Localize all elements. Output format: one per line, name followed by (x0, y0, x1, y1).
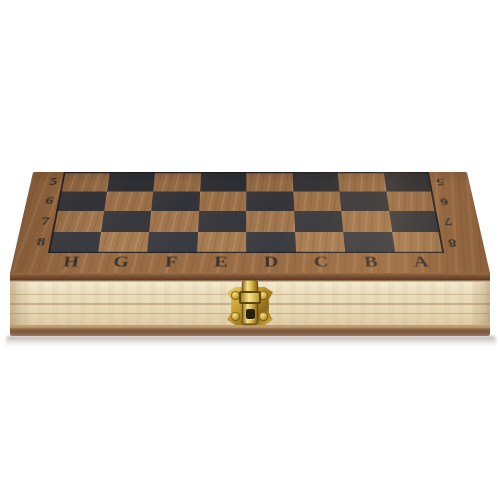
square-E7 (198, 211, 247, 232)
file-label-E: E (196, 253, 247, 273)
board-grid: 55667788HGFEDCBA (10, 172, 490, 273)
rank-label-right-8: 8 (440, 232, 485, 253)
square-C5 (292, 172, 339, 191)
front-margin-corner-right (444, 253, 490, 273)
file-label-C: C (296, 253, 347, 273)
rank-label-left-7: 7 (19, 211, 56, 232)
square-D5 (246, 172, 293, 191)
file-label-G: G (95, 253, 147, 273)
product-photo-chess-box: 55667788HGFEDCBA (0, 0, 500, 500)
square-H7 (52, 211, 104, 232)
square-F7 (149, 211, 199, 232)
square-H5 (60, 172, 109, 191)
square-B6 (339, 191, 388, 211)
square-G5 (107, 172, 155, 191)
square-F6 (151, 191, 200, 211)
rank-label-right-6: 6 (433, 191, 476, 211)
square-B7 (341, 211, 391, 232)
rank-label-right-7: 7 (436, 211, 480, 232)
square-G8 (97, 232, 149, 253)
square-G7 (101, 211, 152, 232)
clasp-hole (246, 309, 255, 319)
file-label-D: D (246, 253, 297, 273)
square-A8 (392, 232, 445, 253)
file-label-H: H (44, 253, 97, 273)
front-margin-corner-left (10, 253, 48, 273)
square-H6 (56, 191, 106, 211)
square-E8 (197, 232, 247, 253)
file-label-B: B (345, 253, 397, 273)
square-D7 (246, 211, 295, 232)
square-H8 (48, 232, 101, 253)
clasp-screw-bottom-right (259, 312, 268, 321)
square-F5 (153, 172, 201, 191)
rank-label-right-5: 5 (429, 172, 471, 191)
square-B5 (338, 172, 386, 191)
square-E6 (199, 191, 247, 211)
square-E5 (200, 172, 247, 191)
file-label-F: F (145, 253, 197, 273)
square-B8 (343, 232, 395, 253)
clasp-buckle (239, 291, 261, 304)
rank-label-left-5: 5 (29, 172, 64, 191)
file-label-A: A (395, 253, 448, 273)
square-C8 (295, 232, 345, 253)
square-A5 (383, 172, 432, 191)
square-C6 (293, 191, 341, 211)
square-C7 (294, 211, 343, 232)
board-top: 55667788HGFEDCBA (10, 172, 490, 273)
square-F8 (147, 232, 198, 253)
square-D8 (246, 232, 296, 253)
drop-shadow (6, 336, 496, 347)
rank-label-left-8: 8 (15, 232, 53, 253)
square-A6 (386, 191, 436, 211)
square-G6 (104, 191, 153, 211)
clasp-latch (222, 276, 278, 332)
square-D6 (246, 191, 294, 211)
clasp-screw-bottom-left (231, 312, 240, 321)
square-A7 (389, 211, 440, 232)
rank-label-left-6: 6 (24, 191, 60, 211)
